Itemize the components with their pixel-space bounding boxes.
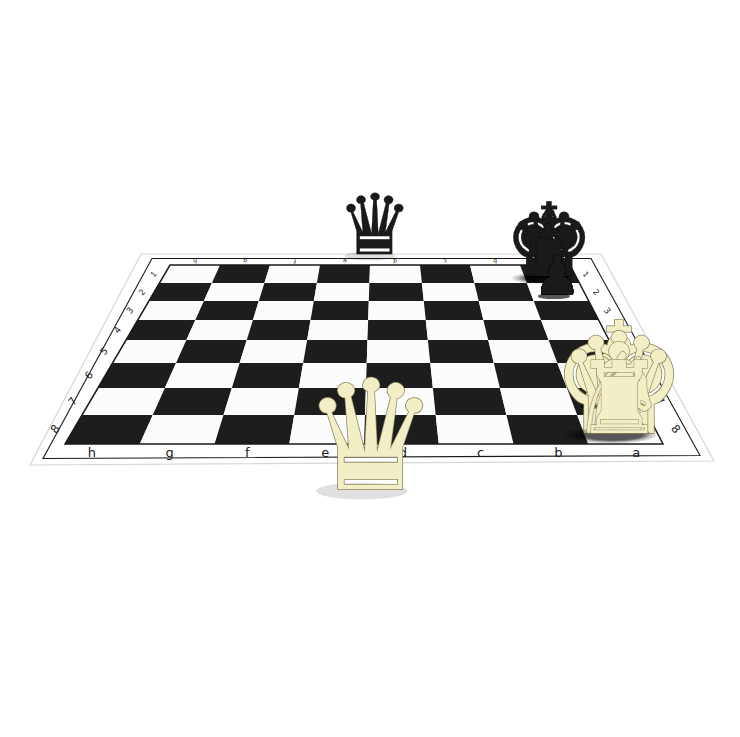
photo-canvas: hgfedcbahgfedcba1122334455667788♛♜♞♝♚♛♝♞… [0,0,740,737]
square-f4 [247,320,311,340]
piece-white-q-off-board: ♛ [303,347,440,525]
square-g7 [153,388,232,415]
square-f8 [215,415,295,444]
square-d4 [367,320,427,340]
square-f6 [232,363,303,388]
square-e2 [314,283,370,301]
file-label-far-b: b [493,258,497,265]
square-e3 [311,301,369,320]
file-label-near-g: g [165,445,173,460]
chess-board-photo: hgfedcbahgfedcba1122334455667788♛♜♞♝♚♛♝♞… [0,0,740,737]
square-b5 [488,340,557,363]
piece-black-q-off-board: ♛ [337,176,412,274]
file-label-far-g: g [243,257,247,265]
square-c6 [430,363,500,388]
square-f7 [223,388,298,415]
square-b4 [483,320,548,340]
file-label-far-h: h [193,258,197,265]
square-c3 [424,301,484,320]
square-d3 [368,301,426,320]
square-b3 [479,301,541,320]
square-g5 [176,340,247,363]
square-c7 [433,388,507,415]
file-label-near-h: h [88,445,96,460]
square-f5 [240,340,308,363]
square-g4 [186,320,253,340]
square-c1 [420,265,474,283]
file-label-near-f: f [245,445,250,460]
square-d2 [369,283,424,301]
square-g1 [212,265,270,283]
file-label-near-c: c [477,445,484,460]
square-g2 [204,283,265,301]
square-e4 [307,320,368,340]
piece-white-r-a8: ♜ [574,340,664,457]
square-f3 [253,301,314,320]
square-c4 [426,320,488,340]
square-c2 [422,283,479,301]
square-g6 [165,363,240,388]
square-g8 [140,415,224,444]
square-g3 [195,301,258,320]
square-f2 [259,283,317,301]
square-c8 [436,415,514,444]
file-label-far-c: c [443,258,446,265]
square-f1 [264,265,320,283]
